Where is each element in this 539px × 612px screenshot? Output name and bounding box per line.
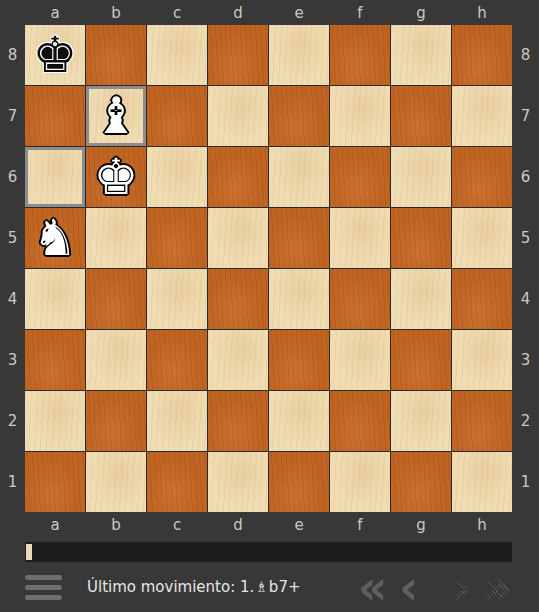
square-b4[interactable] bbox=[86, 269, 146, 329]
square-c7[interactable] bbox=[147, 86, 207, 146]
piece-white-knight[interactable]: ♞ bbox=[25, 208, 85, 268]
file-label-h: h bbox=[452, 0, 512, 25]
square-f5[interactable] bbox=[330, 208, 390, 268]
file-label-f: f bbox=[330, 512, 390, 538]
file-labels-top: abcdefgh bbox=[25, 0, 512, 25]
file-labels-bottom: abcdefgh bbox=[25, 512, 512, 538]
next-move-button: › bbox=[446, 563, 477, 611]
rank-label-6: 6 bbox=[512, 147, 539, 207]
square-a7[interactable] bbox=[25, 86, 85, 146]
square-b5[interactable] bbox=[86, 208, 146, 268]
square-g2[interactable] bbox=[391, 391, 451, 451]
square-c2[interactable] bbox=[147, 391, 207, 451]
square-e4[interactable] bbox=[269, 269, 329, 329]
file-label-c: c bbox=[147, 512, 207, 538]
file-label-h: h bbox=[452, 512, 512, 538]
square-h5[interactable] bbox=[452, 208, 512, 268]
square-b8[interactable] bbox=[86, 25, 146, 85]
rank-label-7: 7 bbox=[0, 86, 25, 146]
square-d6[interactable] bbox=[208, 147, 268, 207]
move-scrub-bar[interactable] bbox=[25, 542, 512, 562]
rank-labels-left: 87654321 bbox=[0, 25, 25, 512]
rank-label-5: 5 bbox=[512, 208, 539, 268]
file-label-d: d bbox=[208, 0, 268, 25]
square-a2[interactable] bbox=[25, 391, 85, 451]
chess-board: ♚♝♚♞ bbox=[25, 25, 512, 512]
square-g3[interactable] bbox=[391, 330, 451, 390]
square-h7[interactable] bbox=[452, 86, 512, 146]
square-d2[interactable] bbox=[208, 391, 268, 451]
square-e6[interactable] bbox=[269, 147, 329, 207]
menu-button[interactable] bbox=[25, 572, 62, 602]
last-move-button: » bbox=[477, 563, 519, 611]
square-b7[interactable]: ♝ bbox=[86, 86, 146, 146]
square-a6[interactable] bbox=[25, 147, 85, 207]
chess-app: abcdefgh 87654321 ♚♝♚♞ 87654321 abcdefgh… bbox=[0, 0, 539, 612]
square-h8[interactable] bbox=[452, 25, 512, 85]
square-d5[interactable] bbox=[208, 208, 268, 268]
board-area: abcdefgh 87654321 ♚♝♚♞ 87654321 abcdefgh bbox=[0, 0, 539, 538]
square-e7[interactable] bbox=[269, 86, 329, 146]
file-label-c: c bbox=[147, 0, 207, 25]
file-label-e: e bbox=[269, 0, 329, 25]
square-g5[interactable] bbox=[391, 208, 451, 268]
scrub-marker bbox=[26, 544, 32, 560]
square-f6[interactable] bbox=[330, 147, 390, 207]
rank-label-4: 4 bbox=[512, 269, 539, 329]
rank-labels-right: 87654321 bbox=[512, 25, 539, 512]
corner-top-left bbox=[0, 0, 25, 25]
rank-label-5: 5 bbox=[0, 208, 25, 268]
square-e2[interactable] bbox=[269, 391, 329, 451]
square-f3[interactable] bbox=[330, 330, 390, 390]
rank-label-3: 3 bbox=[512, 330, 539, 390]
last-move-text: b7+ bbox=[269, 578, 301, 596]
square-h1[interactable] bbox=[452, 452, 512, 512]
file-label-f: f bbox=[330, 0, 390, 25]
square-c1[interactable] bbox=[147, 452, 207, 512]
rank-label-3: 3 bbox=[0, 330, 25, 390]
square-h2[interactable] bbox=[452, 391, 512, 451]
square-b2[interactable] bbox=[86, 391, 146, 451]
piece-black-king[interactable]: ♚ bbox=[25, 25, 85, 85]
square-h6[interactable] bbox=[452, 147, 512, 207]
rank-label-8: 8 bbox=[512, 25, 539, 85]
first-move-button[interactable]: « bbox=[352, 563, 394, 611]
square-e3[interactable] bbox=[269, 330, 329, 390]
square-f8[interactable] bbox=[330, 25, 390, 85]
square-f4[interactable] bbox=[330, 269, 390, 329]
square-d3[interactable] bbox=[208, 330, 268, 390]
rank-label-2: 2 bbox=[0, 391, 25, 451]
square-a5[interactable]: ♞ bbox=[25, 208, 85, 268]
rank-label-4: 4 bbox=[0, 269, 25, 329]
rank-label-1: 1 bbox=[512, 452, 539, 512]
file-label-b: b bbox=[86, 512, 146, 538]
square-a1[interactable] bbox=[25, 452, 85, 512]
hamburger-icon bbox=[25, 585, 62, 590]
square-h3[interactable] bbox=[452, 330, 512, 390]
file-label-g: g bbox=[391, 512, 451, 538]
last-move-status: Último movimiento: 1.♗b7+ bbox=[87, 578, 301, 596]
square-a8[interactable]: ♚ bbox=[25, 25, 85, 85]
square-c6[interactable] bbox=[147, 147, 207, 207]
square-d1[interactable] bbox=[208, 452, 268, 512]
square-f2[interactable] bbox=[330, 391, 390, 451]
rank-label-7: 7 bbox=[512, 86, 539, 146]
file-label-g: g bbox=[391, 0, 451, 25]
rank-label-2: 2 bbox=[512, 391, 539, 451]
square-f7[interactable] bbox=[330, 86, 390, 146]
move-navigation: «‹›» bbox=[352, 564, 539, 610]
rank-label-8: 8 bbox=[0, 25, 25, 85]
square-h4[interactable] bbox=[452, 269, 512, 329]
square-e1[interactable] bbox=[269, 452, 329, 512]
square-e5[interactable] bbox=[269, 208, 329, 268]
square-e8[interactable] bbox=[269, 25, 329, 85]
square-g1[interactable] bbox=[391, 452, 451, 512]
square-g8[interactable] bbox=[391, 25, 451, 85]
corner-bottom-right bbox=[512, 512, 539, 538]
bottom-toolbar: Último movimiento: 1.♗b7+ «‹›» bbox=[0, 562, 539, 612]
previous-move-button[interactable]: ‹ bbox=[393, 563, 424, 611]
square-f1[interactable] bbox=[330, 452, 390, 512]
square-c5[interactable] bbox=[147, 208, 207, 268]
bishop-icon: ♗ bbox=[255, 579, 268, 595]
square-b1[interactable] bbox=[86, 452, 146, 512]
square-g7[interactable] bbox=[391, 86, 451, 146]
square-b3[interactable] bbox=[86, 330, 146, 390]
file-label-a: a bbox=[25, 0, 85, 25]
square-c8[interactable] bbox=[147, 25, 207, 85]
square-c4[interactable] bbox=[147, 269, 207, 329]
piece-white-king[interactable]: ♚ bbox=[86, 147, 146, 207]
file-label-d: d bbox=[208, 512, 268, 538]
square-a4[interactable] bbox=[25, 269, 85, 329]
rank-label-6: 6 bbox=[0, 147, 25, 207]
corner-top-right bbox=[512, 0, 539, 25]
hamburger-icon bbox=[25, 575, 62, 580]
corner-bottom-left bbox=[0, 512, 25, 538]
file-label-b: b bbox=[86, 0, 146, 25]
square-b6[interactable]: ♚ bbox=[86, 147, 146, 207]
last-move-label: Último movimiento: 1. bbox=[87, 578, 254, 596]
square-c3[interactable] bbox=[147, 330, 207, 390]
square-g4[interactable] bbox=[391, 269, 451, 329]
square-a3[interactable] bbox=[25, 330, 85, 390]
square-g6[interactable] bbox=[391, 147, 451, 207]
rank-label-1: 1 bbox=[0, 452, 25, 512]
file-label-e: e bbox=[269, 512, 329, 538]
piece-white-bishop[interactable]: ♝ bbox=[86, 86, 146, 146]
square-d4[interactable] bbox=[208, 269, 268, 329]
file-label-a: a bbox=[25, 512, 85, 538]
hamburger-icon bbox=[25, 595, 62, 600]
square-d7[interactable] bbox=[208, 86, 268, 146]
square-d8[interactable] bbox=[208, 25, 268, 85]
